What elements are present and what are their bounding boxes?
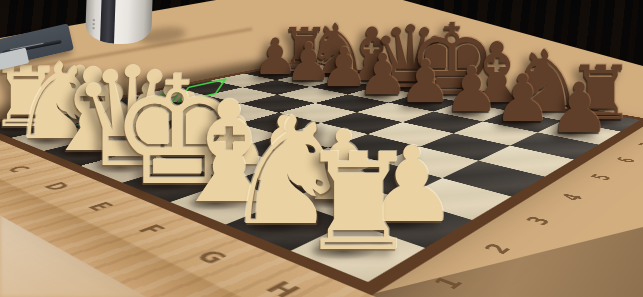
chess-app-scene: ABCDEFGH12345678 ♜♞♟♝♟♛♟♚♟♝♟♞♟♟♜♟♟♜♟♟♞♟♝… xyxy=(0,0,643,297)
piece-black-pawn-h7[interactable]: ♟ xyxy=(548,74,610,143)
piece-black-pawn-g7[interactable]: ♟ xyxy=(493,66,552,131)
piece-white-rook-h1[interactable]: ♜ xyxy=(298,136,419,270)
piece-black-pawn-f7[interactable]: ♟ xyxy=(444,59,500,121)
pieces-layer: ♜♞♟♝♟♛♟♚♟♝♟♞♟♟♜♟♟♜♟♟♞♟♝♟♛♟♚♟♝♟♞♜ xyxy=(0,0,643,297)
